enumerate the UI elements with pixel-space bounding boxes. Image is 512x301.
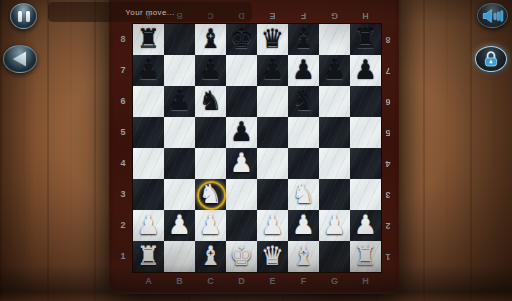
black-pawn: ♟ xyxy=(164,86,195,117)
coord-label-e: E xyxy=(257,9,288,23)
square-e3[interactable] xyxy=(257,179,288,210)
coord-label-6: 6 xyxy=(381,86,395,117)
chess-app-screen: Your move... ABCDEFGH 87654321 ♜♝♚♛♝♜♟♟♟… xyxy=(0,0,512,301)
square-b7[interactable] xyxy=(164,55,195,86)
coord-label-5: 5 xyxy=(381,117,395,148)
square-f4[interactable] xyxy=(288,148,319,179)
status-bar: Your move... xyxy=(48,2,252,22)
square-d1[interactable]: ♚ xyxy=(226,241,257,272)
coord-label-7: 7 xyxy=(116,55,130,86)
coord-label-a: A xyxy=(133,274,164,288)
coord-label-d: D xyxy=(226,274,257,288)
square-c3[interactable]: ♞ xyxy=(195,179,226,210)
board-squares: ♜♝♚♛♝♜♟♟♟♟♟♟♟♞♞♟♟♞♞♟♟♟♟♟♟♟♜♝♚♛♝♜ xyxy=(133,24,381,272)
white-pawn: ♟ xyxy=(164,210,195,241)
square-e5[interactable] xyxy=(257,117,288,148)
white-rook: ♜ xyxy=(133,241,164,272)
square-a6[interactable] xyxy=(133,86,164,117)
square-c5[interactable] xyxy=(195,117,226,148)
white-pawn: ♟ xyxy=(288,210,319,241)
square-b3[interactable] xyxy=(164,179,195,210)
square-f1[interactable]: ♝ xyxy=(288,241,319,272)
black-pawn: ♟ xyxy=(350,55,381,86)
black-pawn: ♟ xyxy=(257,55,288,86)
white-knight: ♞ xyxy=(288,179,319,210)
white-bishop: ♝ xyxy=(195,241,226,272)
white-pawn: ♟ xyxy=(195,210,226,241)
coord-label-6: 6 xyxy=(116,86,130,117)
coord-label-f: F xyxy=(288,9,319,23)
rank-labels-left: 87654321 xyxy=(116,24,130,272)
square-h1[interactable]: ♜ xyxy=(350,241,381,272)
square-d3[interactable] xyxy=(226,179,257,210)
black-king: ♚ xyxy=(226,24,257,55)
square-c4[interactable] xyxy=(195,148,226,179)
square-b2[interactable]: ♟ xyxy=(164,210,195,241)
pause-icon xyxy=(16,11,32,22)
white-rook: ♜ xyxy=(350,241,381,272)
white-pawn: ♟ xyxy=(133,210,164,241)
back-button[interactable] xyxy=(3,45,37,73)
black-pawn: ♟ xyxy=(195,55,226,86)
square-e4[interactable] xyxy=(257,148,288,179)
square-h8[interactable]: ♜ xyxy=(350,24,381,55)
square-a2[interactable]: ♟ xyxy=(133,210,164,241)
square-e7[interactable]: ♟ xyxy=(257,55,288,86)
white-queen: ♛ xyxy=(257,241,288,272)
white-pawn: ♟ xyxy=(257,210,288,241)
square-g2[interactable]: ♟ xyxy=(319,210,350,241)
speaker-icon xyxy=(482,8,504,24)
white-pawn: ♟ xyxy=(350,210,381,241)
white-bishop: ♝ xyxy=(288,241,319,272)
square-f7[interactable]: ♟ xyxy=(288,55,319,86)
coord-label-4: 4 xyxy=(116,148,130,179)
black-pawn: ♟ xyxy=(288,55,319,86)
square-g1[interactable] xyxy=(319,241,350,272)
square-e2[interactable]: ♟ xyxy=(257,210,288,241)
square-c7[interactable]: ♟ xyxy=(195,55,226,86)
square-h3[interactable] xyxy=(350,179,381,210)
square-a5[interactable] xyxy=(133,117,164,148)
coord-label-2: 2 xyxy=(381,210,395,241)
square-a1[interactable]: ♜ xyxy=(133,241,164,272)
square-b4[interactable] xyxy=(164,148,195,179)
coord-label-h: H xyxy=(350,274,381,288)
square-h2[interactable]: ♟ xyxy=(350,210,381,241)
coord-label-1: 1 xyxy=(116,241,130,272)
square-a4[interactable] xyxy=(133,148,164,179)
square-d6[interactable] xyxy=(226,86,257,117)
coord-label-g: G xyxy=(319,9,350,23)
coord-label-b: B xyxy=(164,274,195,288)
square-a8[interactable]: ♜ xyxy=(133,24,164,55)
square-d8[interactable]: ♚ xyxy=(226,24,257,55)
square-g3[interactable] xyxy=(319,179,350,210)
back-arrow-icon xyxy=(10,51,30,68)
black-queen: ♛ xyxy=(257,24,288,55)
white-knight: ♞ xyxy=(195,179,226,210)
square-f5[interactable] xyxy=(288,117,319,148)
coord-label-8: 8 xyxy=(381,24,395,55)
chess-board: ABCDEFGH 87654321 ♜♝♚♛♝♜♟♟♟♟♟♟♟♞♞♟♟♞♞♟♟♟… xyxy=(109,0,399,294)
square-h7[interactable]: ♟ xyxy=(350,55,381,86)
coord-label-4: 4 xyxy=(381,148,395,179)
square-b5[interactable] xyxy=(164,117,195,148)
coord-label-7: 7 xyxy=(381,55,395,86)
square-e8[interactable]: ♛ xyxy=(257,24,288,55)
square-e1[interactable]: ♛ xyxy=(257,241,288,272)
lock-icon xyxy=(482,50,500,68)
square-h4[interactable] xyxy=(350,148,381,179)
coord-label-c: C xyxy=(195,274,226,288)
black-bishop: ♝ xyxy=(288,24,319,55)
square-a3[interactable] xyxy=(133,179,164,210)
square-g7[interactable]: ♟ xyxy=(319,55,350,86)
square-h6[interactable] xyxy=(350,86,381,117)
coord-label-1: 1 xyxy=(381,241,395,272)
square-f8[interactable]: ♝ xyxy=(288,24,319,55)
coord-label-e: E xyxy=(257,274,288,288)
square-a7[interactable]: ♟ xyxy=(133,55,164,86)
coord-label-f: F xyxy=(288,274,319,288)
black-pawn: ♟ xyxy=(133,55,164,86)
square-d4[interactable]: ♟ xyxy=(226,148,257,179)
coord-label-3: 3 xyxy=(116,179,130,210)
square-g8[interactable] xyxy=(319,24,350,55)
square-g6[interactable] xyxy=(319,86,350,117)
status-text: Your move... xyxy=(125,8,174,17)
square-b8[interactable] xyxy=(164,24,195,55)
square-c6[interactable]: ♞ xyxy=(195,86,226,117)
sound-button[interactable] xyxy=(477,3,508,28)
square-g5[interactable] xyxy=(319,117,350,148)
rank-labels-right: 87654321 xyxy=(381,24,395,272)
file-labels-bottom: ABCDEFGH xyxy=(133,274,381,288)
coord-label-2: 2 xyxy=(116,210,130,241)
black-bishop: ♝ xyxy=(195,24,226,55)
black-knight: ♞ xyxy=(288,86,319,117)
square-c1[interactable]: ♝ xyxy=(195,241,226,272)
square-b1[interactable] xyxy=(164,241,195,272)
coord-label-8: 8 xyxy=(116,24,130,55)
square-d2[interactable] xyxy=(226,210,257,241)
coord-label-5: 5 xyxy=(116,117,130,148)
square-c8[interactable]: ♝ xyxy=(195,24,226,55)
square-f6[interactable]: ♞ xyxy=(288,86,319,117)
coord-label-g: G xyxy=(319,274,350,288)
square-h5[interactable] xyxy=(350,117,381,148)
lock-button[interactable] xyxy=(475,46,507,72)
coord-label-3: 3 xyxy=(381,179,395,210)
white-pawn: ♟ xyxy=(226,148,257,179)
black-rook: ♜ xyxy=(133,24,164,55)
white-king: ♚ xyxy=(226,241,257,272)
black-rook: ♜ xyxy=(350,24,381,55)
square-d5[interactable]: ♟ xyxy=(226,117,257,148)
square-c2[interactable]: ♟ xyxy=(195,210,226,241)
coord-label-h: H xyxy=(350,9,381,23)
square-d7[interactable] xyxy=(226,55,257,86)
square-e6[interactable] xyxy=(257,86,288,117)
square-b6[interactable]: ♟ xyxy=(164,86,195,117)
black-knight: ♞ xyxy=(195,86,226,117)
square-g4[interactable] xyxy=(319,148,350,179)
pause-button[interactable] xyxy=(10,3,37,29)
black-pawn: ♟ xyxy=(319,55,350,86)
square-f2[interactable]: ♟ xyxy=(288,210,319,241)
square-f3[interactable]: ♞ xyxy=(288,179,319,210)
black-pawn: ♟ xyxy=(226,117,257,148)
white-pawn: ♟ xyxy=(319,210,350,241)
